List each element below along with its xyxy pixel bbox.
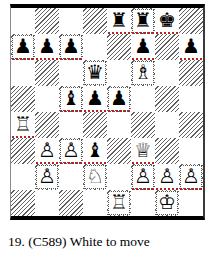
square-b3[interactable]: ♙ bbox=[35, 138, 59, 164]
board: ♜♜♚♟♟♟♟♟♛♗♝♟♟♖♙♙♝♕♙♘♙♙♙♖♔ bbox=[11, 8, 203, 216]
square-d2[interactable]: ♘ bbox=[83, 164, 107, 190]
square-d5[interactable]: ♟ bbox=[83, 86, 107, 112]
square-a8[interactable] bbox=[11, 8, 35, 34]
piece-box: ♟ bbox=[12, 35, 34, 59]
piece-white-pawn: ♙ bbox=[38, 140, 56, 160]
piece-box: ♖ bbox=[12, 113, 34, 137]
caption: 19. (C589) White to move bbox=[8, 234, 150, 250]
piece-box: ♝ bbox=[84, 139, 106, 163]
piece-box: ♙ bbox=[132, 165, 154, 189]
square-f3[interactable]: ♕ bbox=[131, 138, 155, 164]
square-e4[interactable] bbox=[107, 112, 131, 138]
square-e2[interactable] bbox=[107, 164, 131, 190]
piece-white-pawn: ♙ bbox=[158, 166, 176, 186]
piece-white-queen: ♕ bbox=[134, 140, 152, 160]
piece-box: ♟ bbox=[60, 35, 82, 59]
square-c3[interactable]: ♙ bbox=[59, 138, 83, 164]
square-e8[interactable]: ♜ bbox=[107, 8, 131, 34]
square-f7[interactable]: ♟ bbox=[131, 34, 155, 60]
page: ♜♜♚♟♟♟♟♟♛♗♝♟♟♖♙♙♝♕♙♘♙♙♙♖♔ 19. (C589) Whi… bbox=[0, 0, 213, 256]
piece-white-king: ♔ bbox=[158, 192, 176, 212]
piece-box: ♕ bbox=[132, 139, 154, 163]
square-e7[interactable] bbox=[107, 34, 131, 60]
piece-white-pawn: ♙ bbox=[182, 166, 200, 186]
square-b2[interactable]: ♙ bbox=[35, 164, 59, 190]
square-g2[interactable]: ♙ bbox=[155, 164, 179, 190]
square-b8[interactable] bbox=[35, 8, 59, 34]
piece-black-pawn: ♟ bbox=[86, 88, 104, 108]
square-c4[interactable] bbox=[59, 112, 83, 138]
square-h6[interactable] bbox=[179, 60, 203, 86]
square-c6[interactable] bbox=[59, 60, 83, 86]
square-b6[interactable] bbox=[35, 60, 59, 86]
square-c2[interactable] bbox=[59, 164, 83, 190]
square-a7[interactable]: ♟ bbox=[11, 34, 35, 60]
piece-box: ♚ bbox=[156, 9, 178, 33]
piece-white-pawn: ♙ bbox=[134, 166, 152, 186]
piece-black-bishop: ♝ bbox=[86, 140, 104, 160]
piece-black-rook: ♜ bbox=[134, 10, 152, 30]
piece-white-bishop: ♗ bbox=[134, 62, 152, 82]
square-d1[interactable] bbox=[83, 190, 107, 216]
square-h5[interactable] bbox=[179, 86, 203, 112]
piece-box: ♙ bbox=[156, 165, 178, 189]
square-a4[interactable]: ♖ bbox=[11, 112, 35, 138]
piece-black-pawn: ♟ bbox=[62, 36, 80, 56]
piece-box: ♗ bbox=[132, 61, 154, 85]
square-d8[interactable] bbox=[83, 8, 107, 34]
piece-black-pawn: ♟ bbox=[38, 36, 56, 56]
square-g6[interactable] bbox=[155, 60, 179, 86]
square-c5[interactable]: ♝ bbox=[59, 86, 83, 112]
piece-box: ♜ bbox=[108, 9, 130, 33]
square-a2[interactable] bbox=[11, 164, 35, 190]
square-d3[interactable]: ♝ bbox=[83, 138, 107, 164]
piece-box: ♜ bbox=[132, 9, 154, 33]
square-h7[interactable]: ♟ bbox=[179, 34, 203, 60]
piece-black-pawn: ♟ bbox=[14, 36, 32, 56]
square-g1[interactable]: ♔ bbox=[155, 190, 179, 216]
square-g3[interactable] bbox=[155, 138, 179, 164]
square-f6[interactable]: ♗ bbox=[131, 60, 155, 86]
square-a5[interactable] bbox=[11, 86, 35, 112]
piece-box: ♟ bbox=[180, 35, 202, 59]
square-d4[interactable] bbox=[83, 112, 107, 138]
square-h4[interactable] bbox=[179, 112, 203, 138]
piece-box: ♝ bbox=[60, 87, 82, 111]
piece-box: ♟ bbox=[84, 87, 106, 111]
piece-black-pawn: ♟ bbox=[182, 36, 200, 56]
piece-black-queen: ♛ bbox=[86, 62, 104, 82]
square-a6[interactable] bbox=[11, 60, 35, 86]
piece-black-bishop: ♝ bbox=[62, 88, 80, 108]
piece-box: ♔ bbox=[156, 191, 178, 215]
piece-box: ♙ bbox=[180, 165, 202, 189]
piece-box: ♖ bbox=[108, 191, 130, 215]
piece-white-pawn: ♙ bbox=[62, 140, 80, 160]
square-b1[interactable] bbox=[35, 190, 59, 216]
square-b5[interactable] bbox=[35, 86, 59, 112]
piece-box: ♛ bbox=[84, 61, 106, 85]
piece-white-pawn: ♙ bbox=[38, 166, 56, 186]
square-g5[interactable] bbox=[155, 86, 179, 112]
square-g7[interactable] bbox=[155, 34, 179, 60]
square-f4[interactable] bbox=[131, 112, 155, 138]
piece-white-knight: ♘ bbox=[86, 166, 104, 186]
board-frame: ♜♜♚♟♟♟♟♟♛♗♝♟♟♖♙♙♝♕♙♘♙♙♙♖♔ bbox=[10, 4, 205, 220]
piece-white-rook: ♖ bbox=[110, 192, 128, 212]
piece-box: ♙ bbox=[36, 139, 58, 163]
square-e3[interactable] bbox=[107, 138, 131, 164]
piece-box: ♟ bbox=[132, 35, 154, 59]
square-f8[interactable]: ♜ bbox=[131, 8, 155, 34]
square-f1[interactable] bbox=[131, 190, 155, 216]
square-b4[interactable] bbox=[35, 112, 59, 138]
piece-box: ♙ bbox=[60, 139, 82, 163]
square-h8[interactable] bbox=[179, 8, 203, 34]
square-d7[interactable] bbox=[83, 34, 107, 60]
piece-box: ♘ bbox=[84, 165, 106, 189]
square-h3[interactable] bbox=[179, 138, 203, 164]
piece-black-king: ♚ bbox=[158, 10, 176, 30]
square-h1[interactable] bbox=[179, 190, 203, 216]
piece-white-rook: ♖ bbox=[14, 114, 32, 134]
square-b7[interactable]: ♟ bbox=[35, 34, 59, 60]
piece-box: ♟ bbox=[108, 87, 130, 111]
square-d6[interactable]: ♛ bbox=[83, 60, 107, 86]
piece-black-rook: ♜ bbox=[110, 10, 128, 30]
square-c1[interactable] bbox=[59, 190, 83, 216]
square-c7[interactable]: ♟ bbox=[59, 34, 83, 60]
square-e1[interactable]: ♖ bbox=[107, 190, 131, 216]
square-g8[interactable]: ♚ bbox=[155, 8, 179, 34]
piece-black-pawn: ♟ bbox=[134, 36, 152, 56]
square-c8[interactable] bbox=[59, 8, 83, 34]
square-a1[interactable] bbox=[11, 190, 35, 216]
square-g4[interactable] bbox=[155, 112, 179, 138]
piece-box: ♟ bbox=[36, 35, 58, 59]
square-f2[interactable]: ♙ bbox=[131, 164, 155, 190]
piece-black-pawn: ♟ bbox=[110, 88, 128, 108]
square-e6[interactable] bbox=[107, 60, 131, 86]
square-f5[interactable] bbox=[131, 86, 155, 112]
square-e5[interactable]: ♟ bbox=[107, 86, 131, 112]
square-a3[interactable] bbox=[11, 138, 35, 164]
piece-box: ♙ bbox=[36, 165, 58, 189]
square-h2[interactable]: ♙ bbox=[179, 164, 203, 190]
